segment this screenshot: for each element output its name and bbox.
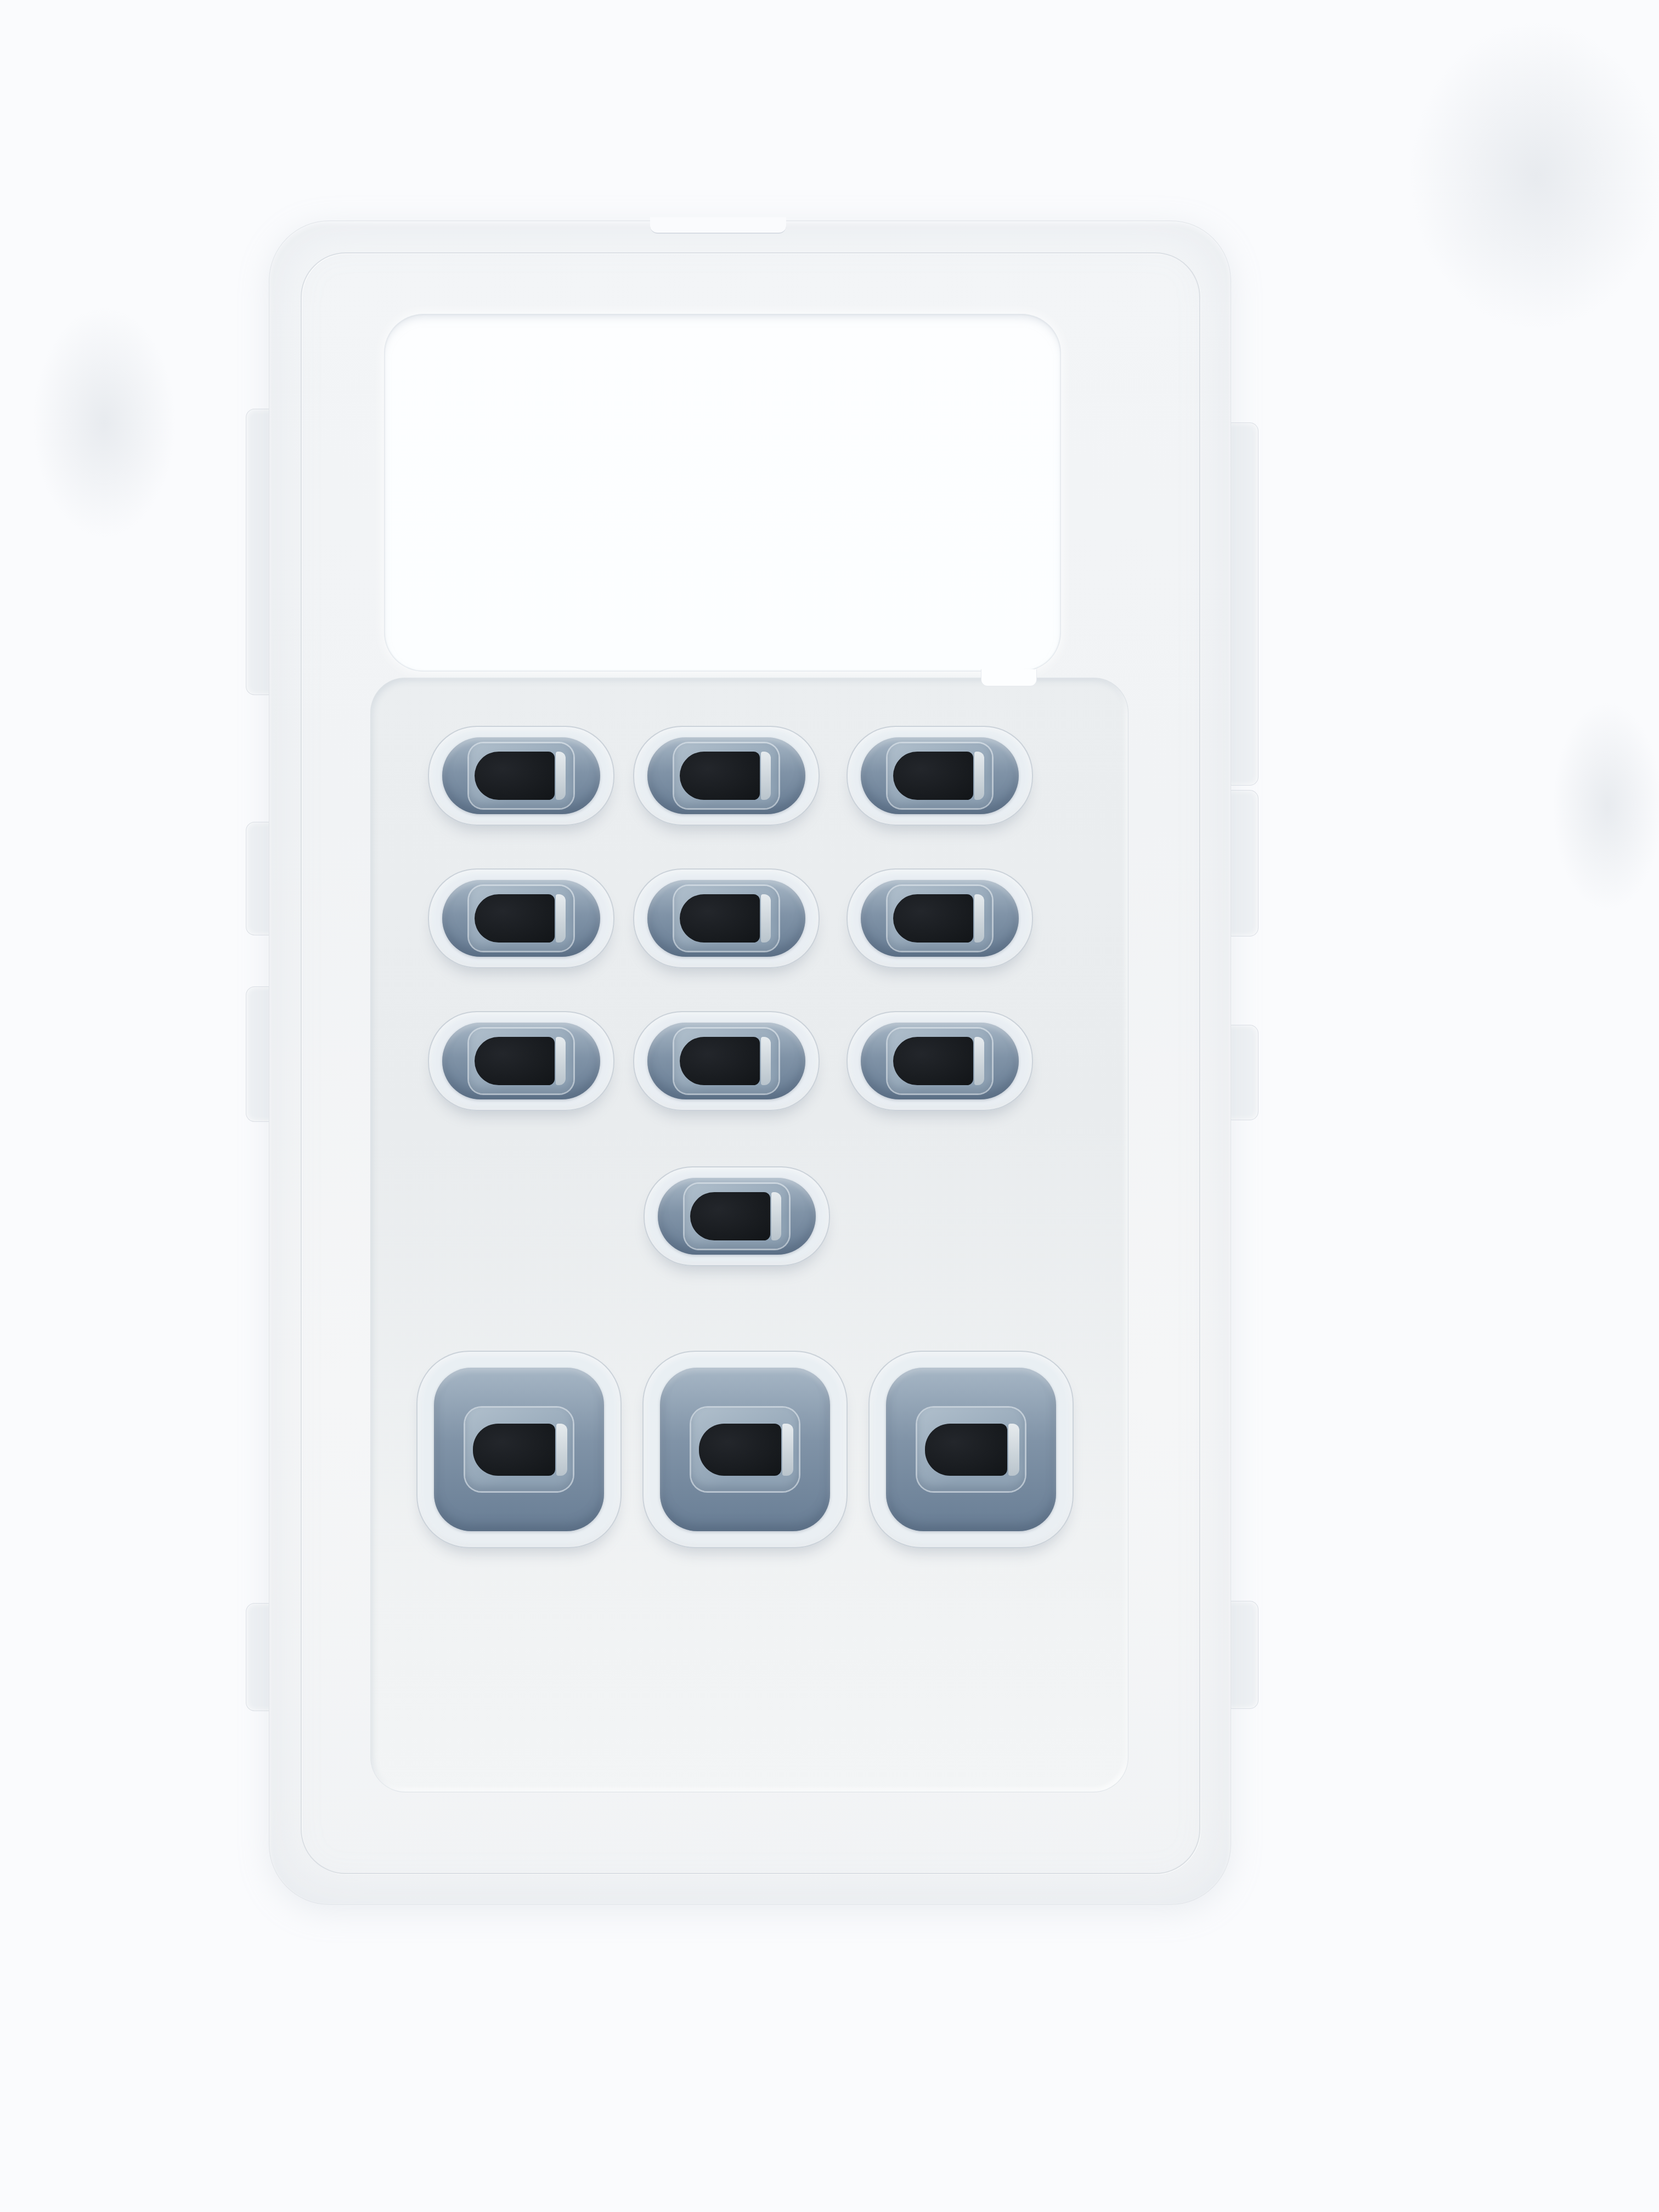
button-plateau xyxy=(917,1408,1025,1491)
pad-edge-highlight xyxy=(556,1037,566,1085)
window-edge-step xyxy=(981,669,1037,686)
conductive-pad xyxy=(475,894,555,943)
button-plateau xyxy=(469,1029,573,1093)
conductive-pad xyxy=(893,752,973,800)
keypad-button-r2c2 xyxy=(633,868,820,968)
keypad-button-r1c3 xyxy=(847,726,1033,826)
keypad-button-r3c1 xyxy=(428,1011,614,1111)
conductive-pad xyxy=(475,1037,555,1085)
conductive-pad xyxy=(690,1192,770,1240)
button-keytop xyxy=(442,1023,600,1099)
button-plateau xyxy=(888,743,992,808)
keypad-button-r3c2 xyxy=(633,1011,820,1111)
conductive-pad xyxy=(893,894,973,943)
button-plateau xyxy=(469,886,573,951)
button-plateau xyxy=(674,743,778,808)
keypad-button-r2c3 xyxy=(847,868,1033,968)
button-keytop xyxy=(658,1178,816,1255)
button-plateau xyxy=(685,1184,789,1249)
button-keytop xyxy=(442,880,600,957)
button-keytop xyxy=(861,737,1019,814)
display-window-cutout xyxy=(384,314,1061,672)
photo-backdrop xyxy=(0,0,1659,2212)
button-keytop xyxy=(434,1368,604,1531)
pad-edge-highlight xyxy=(761,1037,771,1085)
button-plateau xyxy=(674,886,778,951)
background-smudge-3 xyxy=(1553,702,1659,911)
pad-edge-highlight xyxy=(556,752,566,800)
conductive-pad xyxy=(475,752,555,800)
button-keytop xyxy=(861,880,1019,957)
conductive-pad xyxy=(680,894,760,943)
button-keytop xyxy=(647,1023,805,1099)
button-keytop xyxy=(442,737,600,814)
button-plateau xyxy=(469,743,573,808)
pad-edge-highlight xyxy=(556,1424,567,1476)
keypad-button-r1c1 xyxy=(428,726,614,826)
pad-edge-highlight xyxy=(761,894,771,943)
conductive-pad xyxy=(699,1424,781,1476)
pad-edge-highlight xyxy=(1008,1424,1019,1476)
conductive-pad xyxy=(680,752,760,800)
keypad-button-sq3 xyxy=(868,1351,1074,1548)
conductive-pad xyxy=(473,1424,555,1476)
pad-edge-highlight xyxy=(761,752,771,800)
pad-edge-highlight xyxy=(782,1424,793,1476)
button-keytop xyxy=(886,1368,1056,1531)
keypad-button-single xyxy=(644,1166,830,1266)
keypad-button-r3c3 xyxy=(847,1011,1033,1111)
pad-edge-highlight xyxy=(771,1192,781,1240)
button-keytop xyxy=(647,737,805,814)
button-plateau xyxy=(465,1408,573,1491)
top-edge-recess xyxy=(650,217,786,234)
button-plateau xyxy=(888,1029,992,1093)
button-plateau xyxy=(691,1408,799,1491)
keypad-button-r2c1 xyxy=(428,868,614,968)
pad-edge-highlight xyxy=(556,894,566,943)
button-keytop xyxy=(861,1023,1019,1099)
keypad-button-r1c2 xyxy=(633,726,820,826)
conductive-pad xyxy=(680,1037,760,1085)
pad-edge-highlight xyxy=(974,894,984,943)
pad-edge-highlight xyxy=(974,752,984,800)
button-keytop xyxy=(660,1368,830,1531)
pad-edge-highlight xyxy=(974,1037,984,1085)
keypad-button-sq1 xyxy=(416,1351,622,1548)
button-keytop xyxy=(647,880,805,957)
conductive-pad xyxy=(893,1037,973,1085)
conductive-pad xyxy=(925,1424,1007,1476)
background-smudge-2 xyxy=(33,307,176,538)
background-smudge-1 xyxy=(1410,22,1659,329)
keypad-button-sq2 xyxy=(642,1351,848,1548)
button-plateau xyxy=(674,1029,778,1093)
button-plateau xyxy=(888,886,992,951)
